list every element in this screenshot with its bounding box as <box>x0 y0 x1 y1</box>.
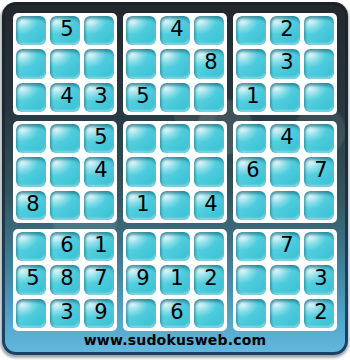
cell-r9c9[interactable]: 2 <box>304 299 334 328</box>
cell-r7c6[interactable] <box>194 232 224 261</box>
cell-r3c7[interactable]: 1 <box>236 83 266 112</box>
cell-r3c6[interactable] <box>194 83 224 112</box>
cell-value: 1 <box>136 194 149 215</box>
cell-r5c6[interactable] <box>194 157 224 186</box>
box-3-1: 6158739 <box>13 229 117 331</box>
cell-r7c2[interactable]: 6 <box>50 232 80 261</box>
cell-r8c2[interactable]: 8 <box>50 265 80 294</box>
cell-r2c4[interactable] <box>126 49 156 78</box>
cell-r5c1[interactable] <box>16 157 46 186</box>
cell-r5c7[interactable]: 6 <box>236 157 266 186</box>
box-1-3: 231 <box>233 13 337 115</box>
cell-r8c1[interactable]: 5 <box>16 265 46 294</box>
cell-r9c4[interactable] <box>126 299 156 328</box>
cell-value: 3 <box>60 302 73 323</box>
cell-r1c5[interactable]: 4 <box>160 16 190 45</box>
cell-value: 5 <box>60 19 73 40</box>
cell-r8c8[interactable] <box>270 265 300 294</box>
cell-value: 1 <box>94 235 107 256</box>
box-1-1: 543 <box>13 13 117 115</box>
cell-r5c2[interactable] <box>50 157 80 186</box>
cell-r2c5[interactable] <box>160 49 190 78</box>
cell-r5c5[interactable] <box>160 157 190 186</box>
cell-r5c3[interactable]: 4 <box>84 157 114 186</box>
cell-r9c8[interactable] <box>270 299 300 328</box>
cell-r4c7[interactable] <box>236 124 266 153</box>
cell-r6c7[interactable] <box>236 191 266 220</box>
cell-r7c5[interactable] <box>160 232 190 261</box>
cell-value: 1 <box>170 268 183 289</box>
cell-r2c2[interactable] <box>50 49 80 78</box>
cell-r1c4[interactable] <box>126 16 156 45</box>
cell-value: 8 <box>26 194 39 215</box>
cell-r8c4[interactable]: 9 <box>126 265 156 294</box>
cell-value: 6 <box>246 160 259 181</box>
cell-r9c5[interactable]: 6 <box>160 299 190 328</box>
cell-value: 3 <box>280 52 293 73</box>
cell-r2c8[interactable]: 3 <box>270 49 300 78</box>
cell-r7c3[interactable]: 1 <box>84 232 114 261</box>
cell-r7c1[interactable] <box>16 232 46 261</box>
cell-r4c3[interactable]: 5 <box>84 124 114 153</box>
cell-r3c3[interactable]: 3 <box>84 83 114 112</box>
cell-r4c2[interactable] <box>50 124 80 153</box>
cell-r2c3[interactable] <box>84 49 114 78</box>
cell-r2c1[interactable] <box>16 49 46 78</box>
cell-r6c5[interactable] <box>160 191 190 220</box>
cell-r7c8[interactable]: 7 <box>270 232 300 261</box>
cell-r3c2[interactable]: 4 <box>50 83 80 112</box>
cell-value: 5 <box>26 268 39 289</box>
cell-r2c9[interactable] <box>304 49 334 78</box>
cell-value: 4 <box>60 86 73 107</box>
cell-value: 5 <box>136 86 149 107</box>
cell-value: 2 <box>204 268 217 289</box>
puzzle-panel-background: 5434852315481446761587399126732 www.sudo… <box>5 5 345 352</box>
cell-value: 7 <box>314 160 327 181</box>
cell-value: 3 <box>314 268 327 289</box>
cell-r6c8[interactable] <box>270 191 300 220</box>
cell-value: 3 <box>94 86 107 107</box>
cell-value: 6 <box>170 302 183 323</box>
cell-r1c6[interactable] <box>194 16 224 45</box>
cell-r2c7[interactable] <box>236 49 266 78</box>
cell-r4c8[interactable]: 4 <box>270 124 300 153</box>
cell-r3c1[interactable] <box>16 83 46 112</box>
cell-r8c5[interactable]: 1 <box>160 265 190 294</box>
cell-r8c9[interactable]: 3 <box>304 265 334 294</box>
cell-r4c6[interactable] <box>194 124 224 153</box>
cell-value: 4 <box>170 19 183 40</box>
cell-value: 9 <box>136 268 149 289</box>
cell-value: 7 <box>94 268 107 289</box>
cell-r2c6[interactable]: 8 <box>194 49 224 78</box>
cell-r5c9[interactable]: 7 <box>304 157 334 186</box>
cell-r4c4[interactable] <box>126 124 156 153</box>
cell-r5c4[interactable] <box>126 157 156 186</box>
box-1-2: 485 <box>123 13 227 115</box>
cell-r3c5[interactable] <box>160 83 190 112</box>
cell-value: 7 <box>280 235 293 256</box>
cell-r3c4[interactable]: 5 <box>126 83 156 112</box>
cell-r6c4[interactable]: 1 <box>126 191 156 220</box>
cell-value: 8 <box>60 268 73 289</box>
cell-r9c3[interactable]: 9 <box>84 299 114 328</box>
cell-r6c9[interactable] <box>304 191 334 220</box>
cell-r6c6[interactable]: 4 <box>194 191 224 220</box>
cell-value: 4 <box>204 194 217 215</box>
cell-r9c1[interactable] <box>16 299 46 328</box>
cell-r1c9[interactable] <box>304 16 334 45</box>
sudoku-board: 5434852315481446761587399126732 <box>13 13 337 331</box>
box-3-3: 732 <box>233 229 337 331</box>
cell-value: 5 <box>94 127 107 148</box>
cell-value: 4 <box>94 160 107 181</box>
cell-r9c2[interactable]: 3 <box>50 299 80 328</box>
cell-r1c3[interactable] <box>84 16 114 45</box>
cell-r1c7[interactable] <box>236 16 266 45</box>
cell-r6c2[interactable] <box>50 191 80 220</box>
cell-value: 2 <box>280 19 293 40</box>
cell-r7c4[interactable] <box>126 232 156 261</box>
cell-r1c1[interactable] <box>16 16 46 45</box>
box-2-3: 467 <box>233 121 337 223</box>
cell-value: 2 <box>314 302 327 323</box>
puzzle-panel: 5434852315481446761587399126732 www.sudo… <box>2 2 348 355</box>
cell-value: 6 <box>60 235 73 256</box>
cell-r9c6[interactable] <box>194 299 224 328</box>
cell-r1c8[interactable]: 2 <box>270 16 300 45</box>
box-2-2: 14 <box>123 121 227 223</box>
cell-r4c9[interactable] <box>304 124 334 153</box>
cell-r3c9[interactable] <box>304 83 334 112</box>
cell-r7c9[interactable] <box>304 232 334 261</box>
cell-r4c1[interactable] <box>16 124 46 153</box>
cell-r1c2[interactable]: 5 <box>50 16 80 45</box>
cell-value: 8 <box>204 52 217 73</box>
box-2-1: 548 <box>13 121 117 223</box>
cell-value: 9 <box>94 302 107 323</box>
cell-r6c3[interactable] <box>84 191 114 220</box>
cell-r4c5[interactable] <box>160 124 190 153</box>
cell-r7c7[interactable] <box>236 232 266 261</box>
cell-value: 4 <box>280 127 293 148</box>
cell-r6c1[interactable]: 8 <box>16 191 46 220</box>
box-3-2: 9126 <box>123 229 227 331</box>
cell-r9c7[interactable] <box>236 299 266 328</box>
cell-r8c6[interactable]: 2 <box>194 265 224 294</box>
cell-r8c3[interactable]: 7 <box>84 265 114 294</box>
cell-r3c8[interactable] <box>270 83 300 112</box>
cell-r8c7[interactable] <box>236 265 266 294</box>
cell-value: 1 <box>246 86 259 107</box>
site-url: www.sudokusweb.com <box>5 331 345 349</box>
cell-r5c8[interactable] <box>270 157 300 186</box>
